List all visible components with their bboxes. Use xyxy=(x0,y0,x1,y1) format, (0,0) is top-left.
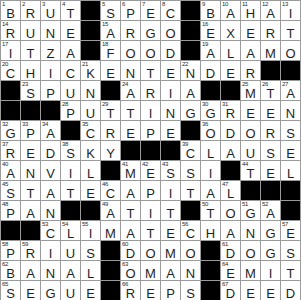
grid-cell-r13c12[interactable]: 61D xyxy=(221,241,241,261)
cell-letter: C xyxy=(181,227,200,240)
grid-cell-r10c11[interactable]: A xyxy=(201,181,221,201)
grid-cell-r4c2[interactable]: H xyxy=(21,61,41,81)
grid-cell-r7c15[interactable]: S xyxy=(281,121,301,141)
grid-cell-r2c1[interactable]: 14R xyxy=(1,21,21,41)
grid-cell-r4c13[interactable]: R xyxy=(241,61,261,81)
cell-letter: P xyxy=(161,287,180,300)
grid-cell-r13c3[interactable]: I xyxy=(41,241,61,261)
grid-cell-r7c3[interactable]: 34A xyxy=(41,121,61,141)
grid-cell-r3c4[interactable]: A xyxy=(61,41,81,61)
grid-cell-r14c8[interactable]: M xyxy=(141,261,161,281)
grid-cell-r2c7[interactable]: R xyxy=(121,21,141,41)
cell-letter: P xyxy=(61,107,80,120)
grid-cell-r15c15[interactable]: D xyxy=(281,281,301,300)
cell-letter: H xyxy=(21,67,40,80)
grid-cell-r10c2[interactable]: T xyxy=(21,181,41,201)
cell-letter: R xyxy=(21,247,40,260)
grid-cell-r3c6[interactable]: 18F xyxy=(101,41,121,61)
grid-cell-r10c4[interactable]: T xyxy=(61,181,81,201)
grid-cell-r2c8[interactable]: G xyxy=(141,21,161,41)
grid-cell-r7c9[interactable]: E xyxy=(161,121,181,141)
grid-cell-r13c2[interactable]: 59R xyxy=(21,241,41,261)
grid-cell-r14c5[interactable]: L xyxy=(81,261,101,281)
grid-cell-r13c15[interactable]: S xyxy=(281,241,301,261)
grid-cell-r7c1[interactable]: 32G xyxy=(1,121,21,141)
cell-letter: S xyxy=(161,167,180,180)
black-square-r14c11 xyxy=(201,261,221,281)
cell-letter: R xyxy=(1,27,20,40)
grid-cell-r3c2[interactable]: T xyxy=(21,41,41,61)
grid-cell-r6c4[interactable]: 28P xyxy=(61,101,81,121)
grid-cell-r9c14[interactable]: E xyxy=(261,161,281,181)
grid-cell-r13c5[interactable]: S xyxy=(81,241,101,261)
cell-letter: T xyxy=(61,7,80,20)
cell-letter: H xyxy=(201,227,220,240)
black-square-r4c15 xyxy=(281,61,301,81)
grid-cell-r1c2[interactable]: 2R xyxy=(21,1,41,21)
cell-letter: A xyxy=(161,267,180,280)
grid-cell-r12c5[interactable]: 55I xyxy=(81,221,101,241)
grid-cell-r13c10[interactable]: O xyxy=(181,241,201,261)
cell-letter: E xyxy=(261,287,280,300)
grid-cell-r5c4[interactable]: U xyxy=(61,81,81,101)
grid-cell-r6c12[interactable]: 31R xyxy=(221,101,241,121)
grid-cell-r9c13[interactable]: 44T xyxy=(241,161,261,181)
grid-cell-r8c4[interactable]: 38S xyxy=(61,141,81,161)
cell-letter: L xyxy=(281,167,300,180)
cell-letter: U xyxy=(61,247,80,260)
cell-letter: S xyxy=(61,147,80,160)
cell-letter: R xyxy=(241,67,260,80)
cell-letter: A xyxy=(241,47,260,60)
cell-letter: T xyxy=(261,87,280,100)
grid-cell-r2c13[interactable]: E xyxy=(241,21,261,41)
cell-letter: D xyxy=(281,287,300,300)
grid-cell-r10c5[interactable]: E xyxy=(81,181,101,201)
grid-cell-r2c4[interactable]: E xyxy=(61,21,81,41)
grid-cell-r7c6[interactable]: R xyxy=(101,121,121,141)
cell-letter: O xyxy=(121,267,140,280)
grid-cell-r3c13[interactable]: A xyxy=(241,41,261,61)
grid-cell-r10c7[interactable]: A xyxy=(121,181,141,201)
grid-cell-r12c8[interactable]: T xyxy=(141,221,161,241)
cell-letter: B xyxy=(1,267,20,280)
cell-letter: E xyxy=(21,287,40,300)
cell-letter: P xyxy=(141,187,160,200)
grid-cell-r8c14[interactable]: S xyxy=(261,141,281,161)
grid-cell-r1c7[interactable]: 6P xyxy=(121,1,141,21)
grid-cell-r1c1[interactable]: 1B xyxy=(1,1,21,21)
grid-cell-r13c4[interactable]: U xyxy=(61,241,81,261)
grid-cell-r12c13[interactable]: N xyxy=(241,221,261,241)
cell-letter: E xyxy=(21,147,40,160)
grid-cell-r7c12[interactable]: D xyxy=(221,121,241,141)
cell-letter: O xyxy=(141,247,160,260)
grid-cell-r11c2[interactable]: A xyxy=(21,201,41,221)
grid-cell-r8c1[interactable]: 37R xyxy=(1,141,21,161)
grid-cell-r9c10[interactable]: S xyxy=(181,161,201,181)
cell-letter: I xyxy=(161,87,180,100)
cell-letter: C xyxy=(181,147,200,160)
grid-cell-r3c12[interactable]: L xyxy=(221,41,241,61)
cell-letter: E xyxy=(201,27,220,40)
grid-cell-r4c5[interactable]: 21K xyxy=(81,61,101,81)
grid-cell-r11c1[interactable]: 48P xyxy=(1,201,21,221)
grid-cell-r3c9[interactable]: D xyxy=(161,41,181,61)
cell-letter: I xyxy=(41,247,60,260)
grid-cell-r6c13[interactable]: E xyxy=(241,101,261,121)
cell-letter: L xyxy=(221,187,240,200)
grid-cell-r11c13[interactable]: 51G xyxy=(241,201,261,221)
cell-letter: E xyxy=(221,67,240,80)
grid-cell-r10c1[interactable]: 45S xyxy=(1,181,21,201)
cell-letter: L xyxy=(201,147,220,160)
cell-letter: N xyxy=(161,107,180,120)
cell-letter: C xyxy=(1,67,20,80)
cell-letter: K xyxy=(81,67,100,80)
grid-cell-r15c3[interactable]: G xyxy=(41,281,61,300)
grid-cell-r15c9[interactable]: P xyxy=(161,281,181,300)
grid-cell-r7c8[interactable]: P xyxy=(141,121,161,141)
grid-cell-r2c12[interactable]: X xyxy=(221,21,241,41)
grid-cell-r9c5[interactable]: L xyxy=(81,161,101,181)
grid-cell-r13c13[interactable]: O xyxy=(241,241,261,261)
cell-letter: C xyxy=(81,127,100,140)
grid-cell-r11c3[interactable]: N xyxy=(41,201,61,221)
black-square-r8c8 xyxy=(141,141,161,161)
grid-cell-r5c10[interactable]: A xyxy=(181,81,201,101)
cell-letter: D xyxy=(161,47,180,60)
grid-cell-r5c3[interactable]: P xyxy=(41,81,61,101)
cell-letter: I xyxy=(141,207,160,220)
cell-letter: L xyxy=(81,167,100,180)
grid-cell-r1c11[interactable]: 9B xyxy=(201,1,221,21)
grid-cell-r8c13[interactable]: U xyxy=(241,141,261,161)
grid-cell-r4c8[interactable]: T xyxy=(141,61,161,81)
grid-cell-r15c7[interactable]: 66R xyxy=(121,281,141,300)
grid-cell-r12c10[interactable]: 56C xyxy=(181,221,201,241)
grid-cell-r8c5[interactable]: K xyxy=(81,141,101,161)
grid-cell-r3c11[interactable]: 19A xyxy=(201,41,221,61)
cell-letter: T xyxy=(121,107,140,120)
grid-cell-r8c2[interactable]: E xyxy=(21,141,41,161)
grid-cell-r1c4[interactable]: 4T xyxy=(61,1,81,21)
grid-cell-r8c11[interactable]: L xyxy=(201,141,221,161)
black-square-r11c15 xyxy=(281,201,301,221)
grid-cell-r15c1[interactable]: 65S xyxy=(1,281,21,300)
grid-cell-r1c14[interactable]: 12A xyxy=(261,1,281,21)
grid-cell-r4c1[interactable]: 20C xyxy=(1,61,21,81)
grid-cell-r14c14[interactable]: I xyxy=(261,261,281,281)
grid-cell-r11c9[interactable]: T xyxy=(161,201,181,221)
grid-cell-r4c12[interactable]: E xyxy=(221,61,241,81)
grid-cell-r11c6[interactable]: 49A xyxy=(101,201,121,221)
grid-cell-r2c9[interactable]: O xyxy=(161,21,181,41)
grid-cell-r15c14[interactable]: E xyxy=(261,281,281,300)
grid-cell-r3c14[interactable]: M xyxy=(261,41,281,61)
black-square-r8c9 xyxy=(161,141,181,161)
grid-cell-r3c8[interactable]: O xyxy=(141,41,161,61)
grid-cell-r9c8[interactable]: 42E xyxy=(141,161,161,181)
cell-letter: G xyxy=(181,107,200,120)
grid-cell-r3c15[interactable]: O xyxy=(281,41,301,61)
grid-cell-r8c15[interactable]: E xyxy=(281,141,301,161)
grid-cell-r14c15[interactable]: T xyxy=(281,261,301,281)
grid-cell-r4c9[interactable]: E xyxy=(161,61,181,81)
grid-cell-r7c14[interactable]: R xyxy=(261,121,281,141)
cell-letter: E xyxy=(141,7,160,20)
cell-letter: A xyxy=(221,7,240,20)
grid-cell-r13c8[interactable]: O xyxy=(141,241,161,261)
grid-cell-r7c5[interactable]: 35C xyxy=(81,121,101,141)
grid-cell-r12c9[interactable]: E xyxy=(161,221,181,241)
grid-cell-r1c3[interactable]: 3U xyxy=(41,1,61,21)
grid-cell-r15c5[interactable]: E xyxy=(81,281,101,300)
grid-cell-r12c3[interactable]: 53C xyxy=(41,221,61,241)
grid-cell-r4c3[interactable]: I xyxy=(41,61,61,81)
grid-cell-r4c6[interactable]: E xyxy=(101,61,121,81)
cell-letter: E xyxy=(101,67,120,80)
cell-letter: H xyxy=(241,7,260,20)
cell-letter: E xyxy=(281,147,300,160)
cell-letter: L xyxy=(61,227,80,240)
grid-cell-r6c10[interactable]: G xyxy=(181,101,201,121)
grid-cell-r9c11[interactable]: I xyxy=(201,161,221,181)
grid-cell-r14c10[interactable]: N xyxy=(181,261,201,281)
cell-letter: T xyxy=(101,107,120,120)
grid-cell-r11c11[interactable]: 50T xyxy=(201,201,221,221)
grid-cell-r10c9[interactable]: I xyxy=(161,181,181,201)
black-square-r3c5 xyxy=(81,41,101,61)
grid-cell-r1c9[interactable]: 8C xyxy=(161,1,181,21)
grid-cell-r15c13[interactable]: E xyxy=(241,281,261,300)
grid-cell-r12c6[interactable]: M xyxy=(101,221,121,241)
cell-letter: A xyxy=(21,207,40,220)
grid-cell-r9c1[interactable]: 40A xyxy=(1,161,21,181)
grid-cell-r7c2[interactable]: 33P xyxy=(21,121,41,141)
black-square-r10c15 xyxy=(281,181,301,201)
grid-cell-r2c14[interactable]: R xyxy=(261,21,281,41)
grid-cell-r15c12[interactable]: 67D xyxy=(221,281,241,300)
grid-cell-r10c10[interactable]: T xyxy=(181,181,201,201)
cell-letter: N xyxy=(121,67,140,80)
cell-letter: E xyxy=(221,267,240,280)
cell-letter: S xyxy=(81,247,100,260)
grid-cell-r6c6[interactable]: 29T xyxy=(101,101,121,121)
grid-cell-r13c14[interactable]: G xyxy=(261,241,281,261)
grid-cell-r9c7[interactable]: 41M xyxy=(121,161,141,181)
cell-letter: S xyxy=(281,247,300,260)
black-square-r2c5 xyxy=(81,21,101,41)
grid-cell-r11c8[interactable]: I xyxy=(141,201,161,221)
cell-letter: T xyxy=(61,187,80,200)
grid-cell-r6c11[interactable]: 30G xyxy=(201,101,221,121)
grid-cell-r1c8[interactable]: 7E xyxy=(141,1,161,21)
cell-letter: A xyxy=(61,267,80,280)
grid-cell-r8c10[interactable]: 39C xyxy=(181,141,201,161)
grid-cell-r9c2[interactable]: N xyxy=(21,161,41,181)
grid-cell-r14c4[interactable]: A xyxy=(61,261,81,281)
grid-cell-r8c12[interactable]: A xyxy=(221,141,241,161)
grid-cell-r4c10[interactable]: 22N xyxy=(181,61,201,81)
black-square-r6c1 xyxy=(1,101,21,121)
grid-cell-r10c12[interactable]: 47L xyxy=(221,181,241,201)
cell-letter: A xyxy=(221,147,240,160)
grid-cell-r2c11[interactable]: 16E xyxy=(201,21,221,41)
grid-cell-r4c11[interactable]: D xyxy=(201,61,221,81)
grid-cell-r2c15[interactable]: T xyxy=(281,21,301,41)
grid-cell-r5c2[interactable]: 23S xyxy=(21,81,41,101)
grid-cell-r15c2[interactable]: E xyxy=(21,281,41,300)
grid-cell-r12c15[interactable]: 57E xyxy=(281,221,301,241)
cell-letter: N xyxy=(241,227,260,240)
cell-letter: N xyxy=(41,27,60,40)
grid-cell-r13c7[interactable]: 60D xyxy=(121,241,141,261)
cell-letter: E xyxy=(261,107,280,120)
cell-letter: O xyxy=(221,207,240,220)
grid-cell-r15c4[interactable]: U xyxy=(61,281,81,300)
grid-cell-r14c7[interactable]: 63O xyxy=(121,261,141,281)
black-square-r5c6 xyxy=(101,81,121,101)
grid-cell-r10c6[interactable]: 46C xyxy=(101,181,121,201)
grid-cell-r6c5[interactable]: U xyxy=(81,101,101,121)
grid-cell-r12c12[interactable]: A xyxy=(221,221,241,241)
grid-cell-r8c3[interactable]: D xyxy=(41,141,61,161)
grid-cell-r4c4[interactable]: C xyxy=(61,61,81,81)
cell-letter: P xyxy=(121,7,140,20)
grid-cell-r3c3[interactable]: Z xyxy=(41,41,61,61)
grid-cell-r14c3[interactable]: N xyxy=(41,261,61,281)
cell-letter: I xyxy=(61,167,80,180)
grid-cell-r7c13[interactable]: O xyxy=(241,121,261,141)
grid-cell-r9c15[interactable]: L xyxy=(281,161,301,181)
cell-letter: A xyxy=(261,7,280,20)
cell-letter: R xyxy=(261,27,280,40)
grid-cell-r15c8[interactable]: E xyxy=(141,281,161,300)
cell-letter: P xyxy=(21,127,40,140)
cell-letter: E xyxy=(81,287,100,300)
grid-cell-r6c15[interactable]: N xyxy=(281,101,301,121)
grid-cell-r11c12[interactable]: O xyxy=(221,201,241,221)
cell-letter: E xyxy=(261,167,280,180)
cell-letter: G xyxy=(241,207,260,220)
grid-cell-r13c1[interactable]: 58P xyxy=(1,241,21,261)
grid-cell-r6c8[interactable]: I xyxy=(141,101,161,121)
black-square-r10c14 xyxy=(261,181,281,201)
grid-cell-r10c8[interactable]: P xyxy=(141,181,161,201)
cell-letter: A xyxy=(281,87,300,100)
grid-cell-r12c14[interactable]: G xyxy=(261,221,281,241)
grid-cell-r9c4[interactable]: I xyxy=(61,161,81,181)
grid-cell-r12c4[interactable]: 54L xyxy=(61,221,81,241)
grid-cell-r1c15[interactable]: 13I xyxy=(281,1,301,21)
grid-cell-r8c6[interactable]: Y xyxy=(101,141,121,161)
cell-letter: T xyxy=(281,267,300,280)
grid-cell-r2c2[interactable]: U xyxy=(21,21,41,41)
grid-cell-r5c7[interactable]: 24A xyxy=(121,81,141,101)
grid-cell-r9c9[interactable]: 43S xyxy=(161,161,181,181)
cell-letter: O xyxy=(161,27,180,40)
black-square-r7c10 xyxy=(181,121,201,141)
cell-letter: M xyxy=(161,247,180,260)
grid-cell-r5c15[interactable]: 27A xyxy=(281,81,301,101)
grid-cell-r3c7[interactable]: O xyxy=(121,41,141,61)
grid-cell-r5c14[interactable]: 26T xyxy=(261,81,281,101)
grid-cell-r5c8[interactable]: R xyxy=(141,81,161,101)
grid-cell-r5c5[interactable]: N xyxy=(81,81,101,101)
grid-cell-r2c6[interactable]: 15A xyxy=(101,21,121,41)
grid-cell-r11c14[interactable]: 52A xyxy=(261,201,281,221)
cell-letter: A xyxy=(1,167,20,180)
cell-letter: S xyxy=(101,7,120,20)
cell-letter: R xyxy=(21,7,40,20)
grid-cell-r9c3[interactable]: V xyxy=(41,161,61,181)
cell-letter: R xyxy=(261,127,280,140)
cell-letter: S xyxy=(281,127,300,140)
grid-cell-r2c3[interactable]: N xyxy=(41,21,61,41)
grid-cell-r3c1[interactable]: 17I xyxy=(1,41,21,61)
cell-letter: C xyxy=(41,227,60,240)
cell-letter: T xyxy=(281,27,300,40)
grid-cell-r12c11[interactable]: H xyxy=(201,221,221,241)
grid-cell-r11c7[interactable]: T xyxy=(121,201,141,221)
cell-letter: A xyxy=(21,267,40,280)
grid-cell-r15c10[interactable]: S xyxy=(181,281,201,300)
grid-cell-r6c14[interactable]: E xyxy=(261,101,281,121)
cell-letter: E xyxy=(241,107,260,120)
black-square-r11c5 xyxy=(81,201,101,221)
grid-cell-r14c9[interactable]: A xyxy=(161,261,181,281)
cell-letter: O xyxy=(201,127,220,140)
cell-letter: O xyxy=(141,47,160,60)
cell-letter: P xyxy=(41,87,60,100)
cell-letter: E xyxy=(161,67,180,80)
grid-cell-r14c13[interactable]: M xyxy=(241,261,261,281)
grid-cell-r12c7[interactable]: A xyxy=(121,221,141,241)
black-square-r13c11 xyxy=(201,241,221,261)
cell-letter: G xyxy=(141,27,160,40)
cell-letter: N xyxy=(181,67,200,80)
cell-letter: R xyxy=(141,87,160,100)
grid-cell-r1c13[interactable]: 11H xyxy=(241,1,261,21)
cell-letter: E xyxy=(121,127,140,140)
grid-cell-r6c9[interactable]: N xyxy=(161,101,181,121)
grid-cell-r6c7[interactable]: T xyxy=(121,101,141,121)
grid-cell-r13c9[interactable]: M xyxy=(161,241,181,261)
cell-letter: T xyxy=(161,207,180,220)
cell-letter: A xyxy=(41,187,60,200)
grid-cell-r7c11[interactable]: 36O xyxy=(201,121,221,141)
cell-letter: I xyxy=(1,47,20,60)
cell-letter: T xyxy=(201,207,220,220)
grid-cell-r5c13[interactable]: 25M xyxy=(241,81,261,101)
grid-cell-r14c12[interactable]: 64E xyxy=(221,261,241,281)
cell-letter: N xyxy=(21,167,40,180)
grid-cell-r1c6[interactable]: 5S xyxy=(101,1,121,21)
grid-cell-r5c9[interactable]: I xyxy=(161,81,181,101)
grid-cell-r1c12[interactable]: 10A xyxy=(221,1,241,21)
black-square-r7c4 xyxy=(61,121,81,141)
cell-letter: A xyxy=(261,207,280,220)
cell-letter: M xyxy=(121,167,140,180)
cell-letter: B xyxy=(1,7,20,20)
grid-cell-r4c7[interactable]: N xyxy=(121,61,141,81)
grid-cell-r10c3[interactable]: A xyxy=(41,181,61,201)
grid-cell-r14c1[interactable]: 62B xyxy=(1,261,21,281)
grid-cell-r7c7[interactable]: E xyxy=(121,121,141,141)
grid-cell-r14c2[interactable]: A xyxy=(21,261,41,281)
black-square-r3c10 xyxy=(181,41,201,61)
